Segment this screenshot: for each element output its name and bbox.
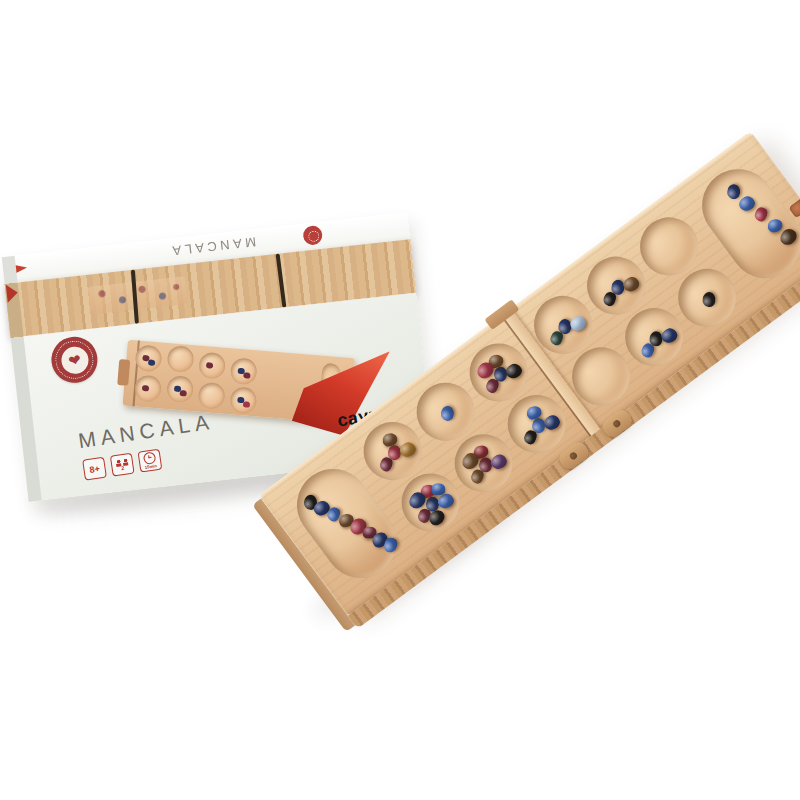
brand-stamp-icon — [302, 225, 323, 246]
box-art-hinge — [117, 359, 130, 386]
box-art-stone — [179, 390, 186, 397]
stone-brown — [621, 274, 642, 294]
spec-icon-row: 8+ 2 15min — [82, 449, 162, 481]
stone-gold — [397, 440, 418, 460]
box-art-pit — [229, 386, 257, 414]
stone-blue — [431, 483, 446, 496]
stone-purple — [488, 452, 509, 472]
box-art-pit — [166, 375, 194, 403]
stone-lightblue — [568, 314, 589, 334]
stone-black — [503, 361, 524, 381]
natural-games-badge: ❤ — [49, 334, 100, 385]
stone-black — [701, 291, 716, 308]
box-art-pit — [198, 382, 226, 410]
box-art-board — [123, 340, 356, 424]
box-art-stone — [243, 372, 250, 379]
age-icon: 8+ — [82, 457, 107, 481]
players-icon: 2 — [110, 453, 135, 477]
box-art-pit — [134, 344, 162, 372]
stone-blue — [439, 405, 454, 422]
box-art-stone — [148, 359, 155, 366]
stone-navy — [542, 413, 563, 433]
stone-navy — [659, 326, 680, 346]
side-red-swoosh — [6, 284, 19, 303]
box-art-pit — [230, 357, 258, 385]
box-top-title-mirrored: MANCALA — [169, 234, 257, 258]
stone-blue — [766, 218, 783, 234]
box-art-pit — [134, 374, 162, 402]
box-art-stone — [243, 401, 250, 408]
box-art-stone — [206, 362, 213, 369]
stone-red — [753, 205, 770, 223]
box-art-pit — [198, 352, 226, 380]
stone-navy — [725, 183, 740, 200]
badge-inner: ❤ — [60, 345, 90, 375]
product-photo-stage: MANCALA ❤ MANCALA 8+ — [0, 0, 800, 800]
box-art-pit — [167, 345, 195, 373]
heart-swirl-icon: ❤ — [66, 351, 82, 369]
play-time-icon: 15min — [138, 449, 163, 473]
box-front-title: MANCALA — [77, 410, 216, 453]
box-art-stone — [142, 385, 149, 392]
wood-knot-line — [276, 254, 287, 308]
stone-blue — [737, 194, 758, 214]
